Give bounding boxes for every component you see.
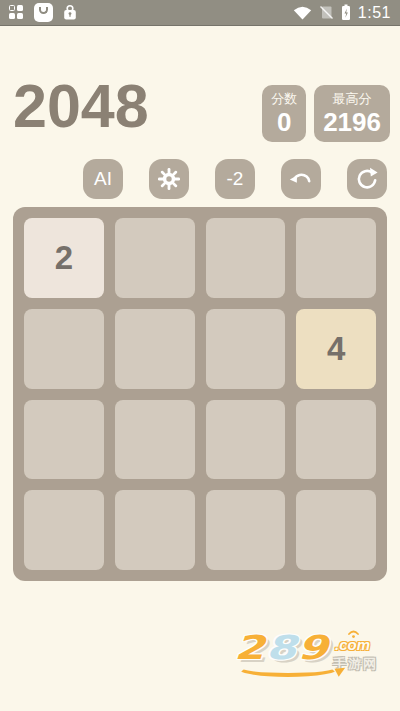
cell-empty [206, 400, 286, 480]
cell-empty [115, 400, 195, 480]
restart-button[interactable] [347, 159, 387, 199]
cell-empty [24, 490, 104, 570]
settings-button[interactable] [149, 159, 189, 199]
cell-empty [115, 490, 195, 570]
score-label: 分数 [271, 90, 297, 107]
undo-steps-label: -2 [227, 168, 244, 190]
board[interactable]: 24 [13, 207, 387, 581]
undo-arrow-icon [288, 166, 314, 192]
clock: 1:51 [358, 4, 391, 22]
app-screen: 1:51 2048 分数 0 最高分 2196 AI [0, 0, 400, 711]
best-score-box: 最高分 2196 [314, 85, 390, 142]
score-box: 分数 0 [262, 85, 306, 142]
cell-empty [115, 218, 195, 298]
cell-empty [206, 490, 286, 570]
no-sim-icon [319, 5, 334, 20]
289com-watermark-logo: 2 8 9 .com 手游网 [234, 633, 390, 683]
game-title: 2048 [13, 72, 149, 140]
cell-empty [296, 218, 376, 298]
restart-arrow-icon [354, 166, 380, 192]
cell-empty [296, 400, 376, 480]
undo-steps-button[interactable]: -2 [215, 159, 255, 199]
shopping-bag-icon [34, 3, 53, 22]
undo-button[interactable] [281, 159, 321, 199]
cell-empty [115, 309, 195, 389]
ai-button-label: AI [94, 168, 112, 190]
tile-4: 4 [296, 309, 376, 389]
status-bar-left [9, 3, 77, 22]
cell-empty [206, 218, 286, 298]
status-bar-right: 1:51 [293, 4, 391, 22]
battery-charging-icon [341, 4, 351, 21]
cell-empty [24, 400, 104, 480]
score-value: 0 [277, 107, 291, 137]
best-score-label: 最高分 [333, 90, 372, 107]
wifi-icon [293, 5, 312, 20]
cell-empty [24, 309, 104, 389]
gear-icon [157, 167, 181, 191]
apps-grid-icon [9, 5, 24, 20]
watermark-swoosh [236, 658, 340, 677]
best-score-value: 2196 [323, 107, 381, 137]
ai-button[interactable]: AI [83, 159, 123, 199]
wifi-arcs-icon [347, 628, 360, 639]
watermark-com-text: .com [335, 636, 370, 653]
score-panel: 分数 0 最高分 2196 [262, 85, 390, 142]
cell-empty [206, 309, 286, 389]
status-bar: 1:51 [0, 0, 400, 26]
tile-2: 2 [24, 218, 104, 298]
purse-lock-icon [63, 4, 77, 21]
cell-empty [296, 490, 376, 570]
toolbar: AI -2 [83, 159, 387, 199]
